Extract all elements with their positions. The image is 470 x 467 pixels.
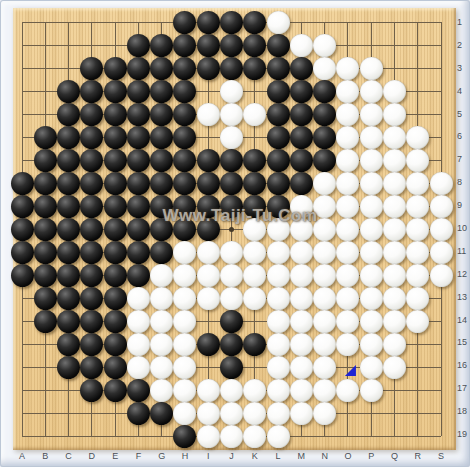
point-N19[interactable] bbox=[313, 425, 336, 448]
point-M1[interactable] bbox=[290, 11, 313, 34]
point-I16[interactable] bbox=[197, 356, 220, 379]
point-E14[interactable] bbox=[104, 310, 127, 333]
point-M17[interactable] bbox=[290, 379, 313, 402]
point-A12[interactable] bbox=[10, 264, 33, 287]
point-D10[interactable] bbox=[80, 218, 103, 241]
point-M2[interactable] bbox=[290, 34, 313, 57]
point-H17[interactable] bbox=[173, 379, 196, 402]
point-L12[interactable] bbox=[266, 264, 289, 287]
point-H4[interactable] bbox=[173, 80, 196, 103]
point-Q16[interactable] bbox=[383, 356, 406, 379]
point-E12[interactable] bbox=[104, 264, 127, 287]
point-C2[interactable] bbox=[57, 34, 80, 57]
point-J16[interactable] bbox=[220, 356, 243, 379]
point-D19[interactable] bbox=[80, 425, 103, 448]
point-G6[interactable] bbox=[150, 126, 173, 149]
point-H19[interactable] bbox=[173, 425, 196, 448]
point-E3[interactable] bbox=[104, 57, 127, 80]
point-S18[interactable] bbox=[429, 402, 452, 425]
point-P3[interactable] bbox=[360, 57, 383, 80]
point-B6[interactable] bbox=[34, 126, 57, 149]
point-Q7[interactable] bbox=[383, 149, 406, 172]
point-O16[interactable] bbox=[336, 356, 359, 379]
point-S11[interactable] bbox=[429, 241, 452, 264]
point-J15[interactable] bbox=[220, 333, 243, 356]
point-E13[interactable] bbox=[104, 287, 127, 310]
point-M6[interactable] bbox=[290, 126, 313, 149]
point-O6[interactable] bbox=[336, 126, 359, 149]
point-N8[interactable] bbox=[313, 172, 336, 195]
point-N17[interactable] bbox=[313, 379, 336, 402]
point-C19[interactable] bbox=[57, 425, 80, 448]
point-R18[interactable] bbox=[406, 402, 429, 425]
point-A14[interactable] bbox=[10, 310, 33, 333]
point-P7[interactable] bbox=[360, 149, 383, 172]
point-S4[interactable] bbox=[429, 80, 452, 103]
point-H8[interactable] bbox=[173, 172, 196, 195]
point-J7[interactable] bbox=[220, 149, 243, 172]
point-Q9[interactable] bbox=[383, 195, 406, 218]
point-O11[interactable] bbox=[336, 241, 359, 264]
point-J5[interactable] bbox=[220, 103, 243, 126]
point-S17[interactable] bbox=[429, 379, 452, 402]
point-S3[interactable] bbox=[429, 57, 452, 80]
point-Q3[interactable] bbox=[383, 57, 406, 80]
point-R14[interactable] bbox=[406, 310, 429, 333]
point-F15[interactable] bbox=[127, 333, 150, 356]
point-R1[interactable] bbox=[406, 11, 429, 34]
point-A4[interactable] bbox=[10, 80, 33, 103]
point-P6[interactable] bbox=[360, 126, 383, 149]
point-L7[interactable] bbox=[266, 149, 289, 172]
point-J19[interactable] bbox=[220, 425, 243, 448]
point-A16[interactable] bbox=[10, 356, 33, 379]
point-A9[interactable] bbox=[10, 195, 33, 218]
point-C14[interactable] bbox=[57, 310, 80, 333]
point-B14[interactable] bbox=[34, 310, 57, 333]
point-R7[interactable] bbox=[406, 149, 429, 172]
point-F8[interactable] bbox=[127, 172, 150, 195]
point-A18[interactable] bbox=[10, 402, 33, 425]
point-Q13[interactable] bbox=[383, 287, 406, 310]
point-M14[interactable] bbox=[290, 310, 313, 333]
point-C7[interactable] bbox=[57, 149, 80, 172]
point-S13[interactable] bbox=[429, 287, 452, 310]
point-E4[interactable] bbox=[104, 80, 127, 103]
point-F10[interactable] bbox=[127, 218, 150, 241]
point-B3[interactable] bbox=[34, 57, 57, 80]
point-L13[interactable] bbox=[266, 287, 289, 310]
point-J14[interactable] bbox=[220, 310, 243, 333]
point-K3[interactable] bbox=[243, 57, 266, 80]
point-E16[interactable] bbox=[104, 356, 127, 379]
point-Q11[interactable] bbox=[383, 241, 406, 264]
point-N2[interactable] bbox=[313, 34, 336, 57]
point-G18[interactable] bbox=[150, 402, 173, 425]
point-Q10[interactable] bbox=[383, 218, 406, 241]
point-P12[interactable] bbox=[360, 264, 383, 287]
point-J1[interactable] bbox=[220, 11, 243, 34]
point-J2[interactable] bbox=[220, 34, 243, 57]
point-G19[interactable] bbox=[150, 425, 173, 448]
point-O12[interactable] bbox=[336, 264, 359, 287]
point-Q18[interactable] bbox=[383, 402, 406, 425]
point-K18[interactable] bbox=[243, 402, 266, 425]
point-J11[interactable] bbox=[220, 241, 243, 264]
point-E9[interactable] bbox=[104, 195, 127, 218]
point-N11[interactable] bbox=[313, 241, 336, 264]
point-Q4[interactable] bbox=[383, 80, 406, 103]
point-E5[interactable] bbox=[104, 103, 127, 126]
point-S2[interactable] bbox=[429, 34, 452, 57]
point-B9[interactable] bbox=[34, 195, 57, 218]
point-P15[interactable] bbox=[360, 333, 383, 356]
point-N1[interactable] bbox=[313, 11, 336, 34]
point-A13[interactable] bbox=[10, 287, 33, 310]
point-E11[interactable] bbox=[104, 241, 127, 264]
point-B13[interactable] bbox=[34, 287, 57, 310]
point-F1[interactable] bbox=[127, 11, 150, 34]
point-P18[interactable] bbox=[360, 402, 383, 425]
point-G14[interactable] bbox=[150, 310, 173, 333]
point-C11[interactable] bbox=[57, 241, 80, 264]
point-O4[interactable] bbox=[336, 80, 359, 103]
point-I19[interactable] bbox=[197, 425, 220, 448]
point-A19[interactable] bbox=[10, 425, 33, 448]
point-F12[interactable] bbox=[127, 264, 150, 287]
point-F18[interactable] bbox=[127, 402, 150, 425]
point-S19[interactable] bbox=[429, 425, 452, 448]
point-H13[interactable] bbox=[173, 287, 196, 310]
point-J12[interactable] bbox=[220, 264, 243, 287]
point-D11[interactable] bbox=[80, 241, 103, 264]
point-E19[interactable] bbox=[104, 425, 127, 448]
point-A15[interactable] bbox=[10, 333, 33, 356]
point-A5[interactable] bbox=[10, 103, 33, 126]
point-B17[interactable] bbox=[34, 379, 57, 402]
point-G12[interactable] bbox=[150, 264, 173, 287]
point-F7[interactable] bbox=[127, 149, 150, 172]
point-G4[interactable] bbox=[150, 80, 173, 103]
point-C18[interactable] bbox=[57, 402, 80, 425]
point-K11[interactable] bbox=[243, 241, 266, 264]
point-R12[interactable] bbox=[406, 264, 429, 287]
point-A2[interactable] bbox=[10, 34, 33, 57]
point-P17[interactable] bbox=[360, 379, 383, 402]
point-R2[interactable] bbox=[406, 34, 429, 57]
point-L11[interactable] bbox=[266, 241, 289, 264]
point-O5[interactable] bbox=[336, 103, 359, 126]
point-N7[interactable] bbox=[313, 149, 336, 172]
point-G15[interactable] bbox=[150, 333, 173, 356]
point-O9[interactable] bbox=[336, 195, 359, 218]
point-B15[interactable] bbox=[34, 333, 57, 356]
point-J4[interactable] bbox=[220, 80, 243, 103]
point-Q5[interactable] bbox=[383, 103, 406, 126]
point-I11[interactable] bbox=[197, 241, 220, 264]
point-C9[interactable] bbox=[57, 195, 80, 218]
point-O18[interactable] bbox=[336, 402, 359, 425]
point-P13[interactable] bbox=[360, 287, 383, 310]
point-O8[interactable] bbox=[336, 172, 359, 195]
point-K12[interactable] bbox=[243, 264, 266, 287]
point-I5[interactable] bbox=[197, 103, 220, 126]
point-H16[interactable] bbox=[173, 356, 196, 379]
point-G7[interactable] bbox=[150, 149, 173, 172]
point-O19[interactable] bbox=[336, 425, 359, 448]
point-A17[interactable] bbox=[10, 379, 33, 402]
point-C15[interactable] bbox=[57, 333, 80, 356]
point-L5[interactable] bbox=[266, 103, 289, 126]
point-Q2[interactable] bbox=[383, 34, 406, 57]
point-A7[interactable] bbox=[10, 149, 33, 172]
point-C3[interactable] bbox=[57, 57, 80, 80]
point-K5[interactable] bbox=[243, 103, 266, 126]
point-K14[interactable] bbox=[243, 310, 266, 333]
point-H14[interactable] bbox=[173, 310, 196, 333]
point-B10[interactable] bbox=[34, 218, 57, 241]
point-C4[interactable] bbox=[57, 80, 80, 103]
point-H2[interactable] bbox=[173, 34, 196, 57]
point-N3[interactable] bbox=[313, 57, 336, 80]
point-S14[interactable] bbox=[429, 310, 452, 333]
point-D4[interactable] bbox=[80, 80, 103, 103]
point-K7[interactable] bbox=[243, 149, 266, 172]
point-G1[interactable] bbox=[150, 11, 173, 34]
point-O17[interactable] bbox=[336, 379, 359, 402]
point-S10[interactable] bbox=[429, 218, 452, 241]
point-B2[interactable] bbox=[34, 34, 57, 57]
point-B18[interactable] bbox=[34, 402, 57, 425]
point-F6[interactable] bbox=[127, 126, 150, 149]
point-N13[interactable] bbox=[313, 287, 336, 310]
point-L1[interactable] bbox=[266, 11, 289, 34]
point-A8[interactable] bbox=[10, 172, 33, 195]
point-L17[interactable] bbox=[266, 379, 289, 402]
point-F2[interactable] bbox=[127, 34, 150, 57]
point-N4[interactable] bbox=[313, 80, 336, 103]
point-Q15[interactable] bbox=[383, 333, 406, 356]
point-F19[interactable] bbox=[127, 425, 150, 448]
point-B7[interactable] bbox=[34, 149, 57, 172]
point-D12[interactable] bbox=[80, 264, 103, 287]
point-K6[interactable] bbox=[243, 126, 266, 149]
point-F5[interactable] bbox=[127, 103, 150, 126]
point-B8[interactable] bbox=[34, 172, 57, 195]
point-F4[interactable] bbox=[127, 80, 150, 103]
point-M19[interactable] bbox=[290, 425, 313, 448]
point-Q19[interactable] bbox=[383, 425, 406, 448]
point-S1[interactable] bbox=[429, 11, 452, 34]
point-I15[interactable] bbox=[197, 333, 220, 356]
point-H12[interactable] bbox=[173, 264, 196, 287]
point-M5[interactable] bbox=[290, 103, 313, 126]
point-S15[interactable] bbox=[429, 333, 452, 356]
point-A1[interactable] bbox=[10, 11, 33, 34]
point-O13[interactable] bbox=[336, 287, 359, 310]
point-Q8[interactable] bbox=[383, 172, 406, 195]
point-F14[interactable] bbox=[127, 310, 150, 333]
point-M16[interactable] bbox=[290, 356, 313, 379]
point-I7[interactable] bbox=[197, 149, 220, 172]
point-N6[interactable] bbox=[313, 126, 336, 149]
point-M12[interactable] bbox=[290, 264, 313, 287]
point-F17[interactable] bbox=[127, 379, 150, 402]
point-Q1[interactable] bbox=[383, 11, 406, 34]
point-L14[interactable] bbox=[266, 310, 289, 333]
point-C13[interactable] bbox=[57, 287, 80, 310]
point-S16[interactable] bbox=[429, 356, 452, 379]
point-N5[interactable] bbox=[313, 103, 336, 126]
point-D14[interactable] bbox=[80, 310, 103, 333]
point-M4[interactable] bbox=[290, 80, 313, 103]
point-P8[interactable] bbox=[360, 172, 383, 195]
point-L16[interactable] bbox=[266, 356, 289, 379]
point-J6[interactable] bbox=[220, 126, 243, 149]
point-N16[interactable] bbox=[313, 356, 336, 379]
point-I1[interactable] bbox=[197, 11, 220, 34]
point-I8[interactable] bbox=[197, 172, 220, 195]
point-L3[interactable] bbox=[266, 57, 289, 80]
point-I14[interactable] bbox=[197, 310, 220, 333]
point-I3[interactable] bbox=[197, 57, 220, 80]
point-G13[interactable] bbox=[150, 287, 173, 310]
point-R13[interactable] bbox=[406, 287, 429, 310]
point-D1[interactable] bbox=[80, 11, 103, 34]
point-O7[interactable] bbox=[336, 149, 359, 172]
point-H15[interactable] bbox=[173, 333, 196, 356]
point-G17[interactable] bbox=[150, 379, 173, 402]
point-I2[interactable] bbox=[197, 34, 220, 57]
point-S5[interactable] bbox=[429, 103, 452, 126]
point-R10[interactable] bbox=[406, 218, 429, 241]
point-S7[interactable] bbox=[429, 149, 452, 172]
point-C12[interactable] bbox=[57, 264, 80, 287]
point-O15[interactable] bbox=[336, 333, 359, 356]
point-K16[interactable] bbox=[243, 356, 266, 379]
point-I18[interactable] bbox=[197, 402, 220, 425]
point-R17[interactable] bbox=[406, 379, 429, 402]
point-L2[interactable] bbox=[266, 34, 289, 57]
point-B12[interactable] bbox=[34, 264, 57, 287]
point-B5[interactable] bbox=[34, 103, 57, 126]
point-B16[interactable] bbox=[34, 356, 57, 379]
point-M3[interactable] bbox=[290, 57, 313, 80]
point-E18[interactable] bbox=[104, 402, 127, 425]
point-D18[interactable] bbox=[80, 402, 103, 425]
point-C17[interactable] bbox=[57, 379, 80, 402]
point-C6[interactable] bbox=[57, 126, 80, 149]
point-H5[interactable] bbox=[173, 103, 196, 126]
point-M15[interactable] bbox=[290, 333, 313, 356]
point-E7[interactable] bbox=[104, 149, 127, 172]
point-J3[interactable] bbox=[220, 57, 243, 80]
point-N12[interactable] bbox=[313, 264, 336, 287]
point-D13[interactable] bbox=[80, 287, 103, 310]
point-J17[interactable] bbox=[220, 379, 243, 402]
point-I17[interactable] bbox=[197, 379, 220, 402]
point-D16[interactable] bbox=[80, 356, 103, 379]
point-E8[interactable] bbox=[104, 172, 127, 195]
point-D7[interactable] bbox=[80, 149, 103, 172]
point-M7[interactable] bbox=[290, 149, 313, 172]
point-E15[interactable] bbox=[104, 333, 127, 356]
point-I13[interactable] bbox=[197, 287, 220, 310]
point-D15[interactable] bbox=[80, 333, 103, 356]
point-P2[interactable] bbox=[360, 34, 383, 57]
point-B1[interactable] bbox=[34, 11, 57, 34]
point-M11[interactable] bbox=[290, 241, 313, 264]
point-R15[interactable] bbox=[406, 333, 429, 356]
point-E10[interactable] bbox=[104, 218, 127, 241]
point-K19[interactable] bbox=[243, 425, 266, 448]
point-D5[interactable] bbox=[80, 103, 103, 126]
point-L19[interactable] bbox=[266, 425, 289, 448]
point-D6[interactable] bbox=[80, 126, 103, 149]
point-B4[interactable] bbox=[34, 80, 57, 103]
point-I4[interactable] bbox=[197, 80, 220, 103]
point-S12[interactable] bbox=[429, 264, 452, 287]
point-R5[interactable] bbox=[406, 103, 429, 126]
point-R3[interactable] bbox=[406, 57, 429, 80]
point-R8[interactable] bbox=[406, 172, 429, 195]
point-D2[interactable] bbox=[80, 34, 103, 57]
point-Q17[interactable] bbox=[383, 379, 406, 402]
point-G5[interactable] bbox=[150, 103, 173, 126]
point-R4[interactable] bbox=[406, 80, 429, 103]
point-G11[interactable] bbox=[150, 241, 173, 264]
point-L15[interactable] bbox=[266, 333, 289, 356]
point-R19[interactable] bbox=[406, 425, 429, 448]
point-C5[interactable] bbox=[57, 103, 80, 126]
point-E2[interactable] bbox=[104, 34, 127, 57]
point-K1[interactable] bbox=[243, 11, 266, 34]
point-S8[interactable] bbox=[429, 172, 452, 195]
point-F3[interactable] bbox=[127, 57, 150, 80]
point-P9[interactable] bbox=[360, 195, 383, 218]
point-P4[interactable] bbox=[360, 80, 383, 103]
point-K2[interactable] bbox=[243, 34, 266, 57]
point-L6[interactable] bbox=[266, 126, 289, 149]
point-D8[interactable] bbox=[80, 172, 103, 195]
point-S6[interactable] bbox=[429, 126, 452, 149]
point-M8[interactable] bbox=[290, 172, 313, 195]
point-K13[interactable] bbox=[243, 287, 266, 310]
point-G8[interactable] bbox=[150, 172, 173, 195]
point-R9[interactable] bbox=[406, 195, 429, 218]
point-D3[interactable] bbox=[80, 57, 103, 80]
point-N18[interactable] bbox=[313, 402, 336, 425]
point-K4[interactable] bbox=[243, 80, 266, 103]
point-B11[interactable] bbox=[34, 241, 57, 264]
point-P11[interactable] bbox=[360, 241, 383, 264]
point-Q14[interactable] bbox=[383, 310, 406, 333]
point-C8[interactable] bbox=[57, 172, 80, 195]
point-A3[interactable] bbox=[10, 57, 33, 80]
point-Q6[interactable] bbox=[383, 126, 406, 149]
point-R16[interactable] bbox=[406, 356, 429, 379]
point-H18[interactable] bbox=[173, 402, 196, 425]
point-E1[interactable] bbox=[104, 11, 127, 34]
point-S9[interactable] bbox=[429, 195, 452, 218]
point-G16[interactable] bbox=[150, 356, 173, 379]
point-A11[interactable] bbox=[10, 241, 33, 264]
point-C1[interactable] bbox=[57, 11, 80, 34]
point-G3[interactable] bbox=[150, 57, 173, 80]
point-L8[interactable] bbox=[266, 172, 289, 195]
point-J13[interactable] bbox=[220, 287, 243, 310]
point-H1[interactable] bbox=[173, 11, 196, 34]
